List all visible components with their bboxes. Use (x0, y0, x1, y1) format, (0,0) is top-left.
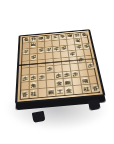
board-wood-surface: 香桂銀金玉金銀桂香飛角歩歩歩歩歩歩歩歩歩歩歩歩歩歩歩歩歩歩角金銀飛香桂銀王金桂香 (17, 30, 103, 101)
board-cell[interactable]: 香 (91, 84, 100, 93)
shogi-piece-s[interactable]: 銀 (37, 36, 44, 41)
shogi-piece-l[interactable]: 香 (23, 37, 29, 42)
shogi-piece-L[interactable]: 香 (91, 85, 100, 92)
shogi-piece-p[interactable]: 歩 (53, 46, 60, 52)
shogi-piece-b[interactable]: 角 (74, 39, 81, 44)
shogi-piece-P[interactable]: 歩 (46, 66, 53, 72)
shogi-piece-p[interactable]: 歩 (22, 49, 29, 55)
shogi-piece-P[interactable]: 歩 (55, 72, 63, 79)
shogi-piece-S[interactable]: 銀 (47, 88, 55, 95)
shogi-piece-P[interactable]: 歩 (86, 62, 94, 68)
board-foot-right (88, 99, 101, 111)
shogi-piece-s[interactable]: 銀 (66, 34, 73, 39)
shogi-piece-k[interactable]: 玉 (52, 35, 59, 40)
shogi-piece-n[interactable]: 桂 (30, 37, 36, 42)
board-cell[interactable]: 桂 (30, 89, 39, 98)
shogi-piece-p[interactable]: 歩 (83, 44, 91, 49)
shogi-piece-p[interactable]: 歩 (38, 48, 45, 54)
board-cell[interactable] (38, 88, 47, 97)
shogi-piece-K[interactable]: 王 (56, 88, 64, 95)
shogi-piece-p[interactable]: 歩 (75, 44, 83, 49)
shogi-piece-P[interactable]: 歩 (30, 74, 37, 81)
shogi-piece-r[interactable]: 飛 (30, 42, 37, 47)
shogi-piece-p[interactable]: 歩 (69, 51, 77, 57)
shogi-piece-G[interactable]: 金 (55, 80, 63, 87)
shogi-piece-g[interactable]: 金 (45, 36, 52, 41)
shogi-piece-p[interactable]: 歩 (60, 46, 67, 52)
shogi-piece-p[interactable]: 歩 (45, 47, 52, 53)
board-grid: 香桂銀金玉金銀桂香飛角歩歩歩歩歩歩歩歩歩歩歩歩歩歩歩歩歩歩角金銀飛香桂銀王金桂香 (20, 32, 101, 100)
shogi-board: 香桂銀金玉金銀桂香飛角歩歩歩歩歩歩歩歩歩歩歩歩歩歩歩歩歩歩角金銀飛香桂銀王金桂香 (15, 29, 106, 104)
shogi-piece-P[interactable]: 歩 (21, 75, 28, 82)
shogi-piece-S[interactable]: 銀 (64, 79, 72, 86)
shogi-piece-g[interactable]: 金 (59, 34, 66, 39)
shogi-piece-N[interactable]: 桂 (82, 85, 91, 92)
shogi-piece-P[interactable]: 歩 (77, 57, 85, 63)
shogi-piece-R[interactable]: 飛 (81, 77, 90, 84)
shogi-piece-G[interactable]: 金 (65, 87, 73, 94)
shogi-piece-P[interactable]: 歩 (63, 72, 71, 79)
shogi-piece-P[interactable]: 歩 (71, 71, 79, 78)
shogi-piece-P[interactable]: 歩 (38, 74, 46, 81)
shogi-piece-n[interactable]: 桂 (73, 33, 80, 38)
shogi-piece-p[interactable]: 歩 (30, 54, 37, 60)
board-tilt-wrapper: 香桂銀金玉金銀桂香飛角歩歩歩歩歩歩歩歩歩歩歩歩歩歩歩歩歩歩角金銀飛香桂銀王金桂香 (5, 9, 109, 117)
shogi-piece-l[interactable]: 香 (81, 32, 88, 37)
shogi-piece-N[interactable]: 桂 (30, 90, 38, 97)
shogi-piece-L[interactable]: 香 (21, 91, 29, 98)
product-photo: 香桂銀金玉金銀桂香飛角歩歩歩歩歩歩歩歩歩歩歩歩歩歩歩歩歩歩角金銀飛香桂銀王金桂香 (0, 0, 114, 144)
shogi-piece-B[interactable]: 角 (30, 82, 38, 89)
board-cell[interactable]: 香 (21, 90, 30, 99)
